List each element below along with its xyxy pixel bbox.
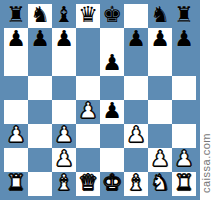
white-knight-on-g1: ♞	[150, 171, 170, 195]
square-f8[interactable]	[124, 4, 148, 28]
square-c7[interactable]: ♟	[52, 28, 76, 52]
white-pawn-on-h2: ♟	[174, 147, 194, 171]
square-b1[interactable]	[28, 172, 52, 196]
black-bishop-on-c8: ♝	[54, 3, 74, 27]
white-bishop-on-c1: ♝	[54, 171, 74, 195]
black-queen-on-d8: ♛	[78, 3, 98, 27]
white-pawn-on-f3: ♟	[126, 123, 146, 147]
black-rook-on-a8: ♜	[6, 3, 26, 27]
white-rook-on-a1: ♜	[6, 171, 26, 195]
square-h2[interactable]: ♟	[172, 148, 196, 172]
black-pawn-on-h7: ♟	[174, 27, 194, 51]
black-pawn-on-a7: ♟	[6, 27, 26, 51]
square-h7[interactable]: ♟	[172, 28, 196, 52]
square-e4[interactable]: ♟	[100, 100, 124, 124]
white-pawn-on-a3: ♟	[6, 123, 26, 147]
square-e5[interactable]	[100, 76, 124, 100]
square-g1[interactable]: ♞	[148, 172, 172, 196]
square-e8[interactable]: ♚	[100, 4, 124, 28]
square-c6[interactable]	[52, 52, 76, 76]
square-h4[interactable]	[172, 100, 196, 124]
square-g6[interactable]	[148, 52, 172, 76]
square-h8[interactable]: ♜	[172, 4, 196, 28]
square-d8[interactable]: ♛	[76, 4, 100, 28]
square-d3[interactable]	[76, 124, 100, 148]
square-c5[interactable]	[52, 76, 76, 100]
square-c4[interactable]	[52, 100, 76, 124]
square-f5[interactable]	[124, 76, 148, 100]
black-knight-on-g8: ♞	[150, 3, 170, 27]
black-king-on-e8: ♚	[102, 3, 122, 27]
square-d5[interactable]	[76, 76, 100, 100]
white-pawn-on-c3: ♟	[54, 123, 74, 147]
black-pawn-on-g7: ♟	[150, 27, 170, 51]
white-bishop-on-f1: ♝	[126, 171, 146, 195]
square-g4[interactable]	[148, 100, 172, 124]
square-g8[interactable]: ♞	[148, 4, 172, 28]
square-g5[interactable]	[148, 76, 172, 100]
caissa-watermark: caissa.com	[200, 133, 212, 193]
square-b2[interactable]	[28, 148, 52, 172]
white-pawn-on-c2: ♟	[54, 147, 74, 171]
square-h3[interactable]	[172, 124, 196, 148]
square-c2[interactable]: ♟	[52, 148, 76, 172]
square-e2[interactable]	[100, 148, 124, 172]
square-a1[interactable]: ♜	[4, 172, 28, 196]
square-e7[interactable]	[100, 28, 124, 52]
square-a3[interactable]: ♟	[4, 124, 28, 148]
square-g7[interactable]: ♟	[148, 28, 172, 52]
square-h6[interactable]	[172, 52, 196, 76]
white-pawn-on-g2: ♟	[150, 147, 170, 171]
square-a2[interactable]	[4, 148, 28, 172]
square-g3[interactable]	[148, 124, 172, 148]
square-b3[interactable]	[28, 124, 52, 148]
white-queen-on-d1: ♛	[78, 171, 98, 195]
square-d1[interactable]: ♛	[76, 172, 100, 196]
square-c1[interactable]: ♝	[52, 172, 76, 196]
black-pawn-on-c7: ♟	[54, 27, 74, 51]
square-f4[interactable]	[124, 100, 148, 124]
square-e6[interactable]: ♟	[100, 52, 124, 76]
black-pawn-on-e4: ♟	[102, 99, 122, 123]
white-king-on-e1: ♚	[102, 171, 122, 195]
square-d4[interactable]: ♟	[76, 100, 100, 124]
black-rook-on-h8: ♜	[174, 3, 194, 27]
square-d2[interactable]	[76, 148, 100, 172]
square-a5[interactable]	[4, 76, 28, 100]
square-a8[interactable]: ♜	[4, 4, 28, 28]
square-a6[interactable]	[4, 52, 28, 76]
black-pawn-on-e6: ♟	[102, 51, 122, 75]
square-f7[interactable]: ♟	[124, 28, 148, 52]
square-e1[interactable]: ♚	[100, 172, 124, 196]
square-a4[interactable]	[4, 100, 28, 124]
board-grid: ♜♞♝♛♚♞♜♟♟♟♟♟♟♟♟♟♟♟♟♟♟♟♜♝♛♚♝♞♜	[4, 4, 196, 196]
square-d7[interactable]	[76, 28, 100, 52]
square-b7[interactable]: ♟	[28, 28, 52, 52]
square-f2[interactable]	[124, 148, 148, 172]
square-c3[interactable]: ♟	[52, 124, 76, 148]
square-e3[interactable]	[100, 124, 124, 148]
square-g2[interactable]: ♟	[148, 148, 172, 172]
square-b8[interactable]: ♞	[28, 4, 52, 28]
white-rook-on-h1: ♜	[174, 171, 194, 195]
square-f3[interactable]: ♟	[124, 124, 148, 148]
square-f6[interactable]	[124, 52, 148, 76]
square-a7[interactable]: ♟	[4, 28, 28, 52]
square-b5[interactable]	[28, 76, 52, 100]
square-b4[interactable]	[28, 100, 52, 124]
black-knight-on-b8: ♞	[30, 3, 50, 27]
square-b6[interactable]	[28, 52, 52, 76]
square-h1[interactable]: ♜	[172, 172, 196, 196]
white-pawn-on-d4: ♟	[78, 99, 98, 123]
square-d6[interactable]	[76, 52, 100, 76]
chess-board: ♜♞♝♛♚♞♜♟♟♟♟♟♟♟♟♟♟♟♟♟♟♟♜♝♛♚♝♞♜	[0, 0, 200, 200]
square-h5[interactable]	[172, 76, 196, 100]
black-pawn-on-b7: ♟	[30, 27, 50, 51]
chess-diagram: ♜♞♝♛♚♞♜♟♟♟♟♟♟♟♟♟♟♟♟♟♟♟♜♝♛♚♝♞♜ caissa.com	[0, 0, 212, 200]
square-c8[interactable]: ♝	[52, 4, 76, 28]
black-pawn-on-f7: ♟	[126, 27, 146, 51]
square-f1[interactable]: ♝	[124, 172, 148, 196]
